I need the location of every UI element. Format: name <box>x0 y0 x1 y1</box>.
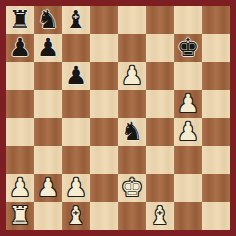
square-h5[interactable] <box>202 90 230 118</box>
piece-wP-c2[interactable]: ♟ <box>65 174 87 202</box>
square-d7[interactable] <box>90 34 118 62</box>
square-d6[interactable] <box>90 62 118 90</box>
piece-bB-c8[interactable]: ♝ <box>65 6 87 34</box>
piece-wP-e6[interactable]: ♟ <box>121 62 143 90</box>
square-f2[interactable] <box>146 174 174 202</box>
square-e7[interactable] <box>118 34 146 62</box>
square-e1[interactable] <box>118 202 146 230</box>
square-b6[interactable] <box>34 62 62 90</box>
square-d2[interactable] <box>90 174 118 202</box>
square-f7[interactable] <box>146 34 174 62</box>
square-e3[interactable] <box>118 146 146 174</box>
square-c6[interactable]: ♟ <box>62 62 90 90</box>
piece-bN-e4[interactable]: ♞ <box>121 118 143 146</box>
piece-bP-b7[interactable]: ♟ <box>37 34 59 62</box>
square-g7[interactable]: ♚ <box>174 34 202 62</box>
square-f5[interactable] <box>146 90 174 118</box>
square-c1[interactable]: ♝ <box>62 202 90 230</box>
square-h1[interactable] <box>202 202 230 230</box>
square-f6[interactable] <box>146 62 174 90</box>
piece-wP-a2[interactable]: ♟ <box>9 174 31 202</box>
square-e2[interactable]: ♚ <box>118 174 146 202</box>
square-h3[interactable] <box>202 146 230 174</box>
square-c8[interactable]: ♝ <box>62 6 90 34</box>
square-b5[interactable] <box>34 90 62 118</box>
piece-wP-g4[interactable]: ♟ <box>177 118 199 146</box>
square-b2[interactable]: ♟ <box>34 174 62 202</box>
square-g2[interactable] <box>174 174 202 202</box>
square-d4[interactable] <box>90 118 118 146</box>
square-f3[interactable] <box>146 146 174 174</box>
piece-wK-e2[interactable]: ♚ <box>121 174 143 202</box>
square-e4[interactable]: ♞ <box>118 118 146 146</box>
square-a8[interactable]: ♜ <box>6 6 34 34</box>
square-c3[interactable] <box>62 146 90 174</box>
square-d3[interactable] <box>90 146 118 174</box>
square-a3[interactable] <box>6 146 34 174</box>
square-g3[interactable] <box>174 146 202 174</box>
chess-board: ♜♞♝♟♟♚♟♟♟♞♟♟♟♟♚♜♝♝ <box>6 6 230 230</box>
square-a5[interactable] <box>6 90 34 118</box>
square-a6[interactable] <box>6 62 34 90</box>
square-b8[interactable]: ♞ <box>34 6 62 34</box>
square-f1[interactable]: ♝ <box>146 202 174 230</box>
square-g8[interactable] <box>174 6 202 34</box>
square-b3[interactable] <box>34 146 62 174</box>
piece-wP-g5[interactable]: ♟ <box>177 90 199 118</box>
square-g6[interactable] <box>174 62 202 90</box>
square-d5[interactable] <box>90 90 118 118</box>
piece-wB-c1[interactable]: ♝ <box>65 202 87 230</box>
square-f8[interactable] <box>146 6 174 34</box>
square-a1[interactable]: ♜ <box>6 202 34 230</box>
square-h8[interactable] <box>202 6 230 34</box>
square-c4[interactable] <box>62 118 90 146</box>
square-h6[interactable] <box>202 62 230 90</box>
square-c2[interactable]: ♟ <box>62 174 90 202</box>
square-h2[interactable] <box>202 174 230 202</box>
square-e8[interactable] <box>118 6 146 34</box>
square-h7[interactable] <box>202 34 230 62</box>
piece-bN-b8[interactable]: ♞ <box>37 6 59 34</box>
square-d8[interactable] <box>90 6 118 34</box>
piece-bP-a7[interactable]: ♟ <box>9 34 31 62</box>
square-f4[interactable] <box>146 118 174 146</box>
square-g1[interactable] <box>174 202 202 230</box>
square-a2[interactable]: ♟ <box>6 174 34 202</box>
square-g5[interactable]: ♟ <box>174 90 202 118</box>
square-b1[interactable] <box>34 202 62 230</box>
chess-board-frame: ♜♞♝♟♟♚♟♟♟♞♟♟♟♟♚♜♝♝ <box>0 0 236 236</box>
piece-bK-g7[interactable]: ♚ <box>177 34 199 62</box>
square-h4[interactable] <box>202 118 230 146</box>
square-b4[interactable] <box>34 118 62 146</box>
square-c5[interactable] <box>62 90 90 118</box>
piece-wP-b2[interactable]: ♟ <box>37 174 59 202</box>
square-b7[interactable]: ♟ <box>34 34 62 62</box>
piece-bR-a8[interactable]: ♜ <box>9 6 31 34</box>
square-g4[interactable]: ♟ <box>174 118 202 146</box>
square-a4[interactable] <box>6 118 34 146</box>
piece-wB-f1[interactable]: ♝ <box>149 202 171 230</box>
square-d1[interactable] <box>90 202 118 230</box>
square-e6[interactable]: ♟ <box>118 62 146 90</box>
piece-bP-c6[interactable]: ♟ <box>65 62 87 90</box>
square-e5[interactable] <box>118 90 146 118</box>
square-c7[interactable] <box>62 34 90 62</box>
square-a7[interactable]: ♟ <box>6 34 34 62</box>
piece-wR-a1[interactable]: ♜ <box>9 202 31 230</box>
